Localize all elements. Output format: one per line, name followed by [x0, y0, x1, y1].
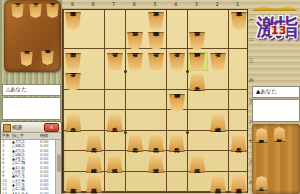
shogi-piece-gote-62[interactable]: 金将 [127, 32, 143, 50]
shogi-piece-gote-63[interactable]: 歩兵 [127, 53, 143, 71]
shogi-piece-sente-34[interactable]: 歩兵 [189, 73, 205, 91]
shogi-piece-gote-73[interactable]: 歩兵 [107, 53, 123, 71]
shogi-piece-sente-88[interactable]: 銀将 [86, 155, 102, 173]
hoshi-dot [124, 131, 127, 134]
hand-piece-gote-歩兵[interactable]: 歩兵 [11, 3, 24, 18]
shogi-piece-gote-91[interactable]: 香車 [65, 12, 81, 30]
hand-piece-gote-角行[interactable]: 角行 [20, 51, 33, 66]
rank-label-4: 四 [249, 78, 254, 83]
hand-piece-gote-飛車[interactable]: 飛車 [41, 50, 54, 65]
kifu-window[interactable]: 棋譜 × 手数 指し手 時間 1▲7六歩0:002△3四歩0:003▲2六歩0:… [0, 121, 62, 194]
shogi-piece-gote-33[interactable]: 銀将 [189, 53, 205, 71]
file-labels: 987654321 [62, 1, 248, 8]
gote-player-name: △あなた [3, 85, 60, 94]
app-logo: 激指 13 [251, 3, 300, 48]
kifu-scrollbar-thumb[interactable] [57, 154, 61, 172]
file-label-5: 5 [145, 1, 166, 8]
shogi-piece-sente-89[interactable]: 桂馬 [86, 175, 102, 193]
shogi-piece-sente-96[interactable]: 歩兵 [65, 114, 81, 132]
shogi-piece-gote-32[interactable]: 金将 [189, 32, 205, 50]
file-label-1: 1 [227, 1, 248, 8]
shogi-piece-gote-45[interactable]: 銀将 [169, 94, 185, 112]
shogi-piece-sente-99[interactable]: 香車 [65, 175, 81, 193]
hand-piece-sente-角行[interactable]: 角行 [273, 127, 286, 142]
file-label-9: 9 [62, 1, 83, 8]
rank-label-3: 三 [249, 58, 254, 63]
shogi-piece-sente-26[interactable]: 銀将 [210, 114, 226, 132]
shogi-piece-sente-87[interactable]: 歩兵 [86, 134, 102, 152]
shogi-piece-gote-94[interactable]: 歩兵 [65, 73, 81, 91]
file-label-7: 7 [103, 1, 124, 8]
kifu-titlebar[interactable]: 棋譜 × [1, 122, 61, 133]
shogi-piece-gote-52[interactable]: 飛車 [148, 32, 164, 50]
kifu-scrollbar[interactable] [55, 140, 61, 194]
kifu-cell: ▲5八金右 [12, 192, 40, 194]
shogi-piece-sente-47[interactable]: 歩兵 [169, 134, 185, 152]
shogi-app-window: { "game": "shogi", "app": { "logo_title"… [0, 0, 300, 194]
kifu-col-time: 時間 [40, 133, 54, 139]
kifu-window-title: 棋譜 [12, 122, 22, 132]
kifu-cell: 0:00 [40, 192, 54, 194]
shogi-piece-sente-67[interactable]: 歩兵 [127, 134, 143, 152]
gote-info-box [2, 97, 61, 120]
shogi-piece-sente-38[interactable]: 金将 [189, 155, 205, 173]
shogi-piece-sente-78[interactable]: 金将 [107, 155, 123, 173]
kifu-move-list[interactable]: 1▲7六歩0:002△3四歩0:003▲2六歩0:004△5四歩0:005▲2五… [1, 140, 61, 194]
sente-captured-pieces-stand: 桂馬角行歩兵 [252, 124, 300, 194]
kifu-col-move: 指し手 [12, 133, 40, 139]
board[interactable]: 香車玉将香車金将飛車金将桂馬歩兵歩兵歩兵歩兵銀将歩兵歩兵銀将歩兵歩兵歩兵銀将歩兵… [62, 9, 248, 193]
hoshi-dot [124, 70, 127, 73]
logo-version-badge: 13 [270, 25, 287, 36]
hand-piece-sente-桂馬[interactable]: 桂馬 [255, 128, 268, 143]
gote-captured-pieces-stand: 歩兵歩兵歩兵角行飛車 [4, 0, 61, 72]
shogi-piece-sente-29[interactable]: 桂馬 [210, 175, 226, 193]
shogi-piece-gote-11[interactable]: 香車 [231, 12, 247, 30]
file-label-6: 6 [124, 1, 145, 8]
file-label-2: 2 [207, 1, 228, 8]
gote-player-label-box: △あなた [2, 84, 61, 96]
sente-player-name: ▲あなた [253, 87, 299, 96]
kifu-move-row[interactable]: 13▲5八金右0:00 [1, 192, 61, 194]
hand-piece-gote-歩兵[interactable]: 歩兵 [46, 3, 59, 18]
shogi-piece-sente-58[interactable]: 王将 [148, 155, 164, 173]
file-label-8: 8 [83, 1, 104, 8]
shogi-piece-gote-51[interactable]: 玉将 [148, 12, 164, 30]
close-icon[interactable]: × [44, 123, 59, 132]
hand-piece-sente-歩兵[interactable]: 歩兵 [255, 176, 268, 191]
sente-info-box [252, 99, 300, 122]
shogi-piece-sente-76[interactable]: 歩兵 [107, 114, 123, 132]
sente-player-label-box: ▲あなた [252, 86, 300, 98]
shogi-piece-gote-43[interactable]: 歩兵 [169, 53, 185, 71]
shogi-piece-gote-23[interactable]: 歩兵 [210, 53, 226, 71]
shogi-piece-sente-17[interactable]: 歩兵 [231, 134, 247, 152]
kifu-col-moveno: 手数 [1, 133, 12, 139]
shogi-piece-gote-93[interactable]: 桂馬 [65, 53, 81, 71]
hoshi-dot [186, 70, 189, 73]
kifu-cell: 13 [1, 192, 12, 194]
shogi-piece-sente-57[interactable]: 歩兵 [148, 134, 164, 152]
kifu-window-icon [3, 124, 11, 132]
shogi-piece-sente-19[interactable]: 香車 [231, 175, 247, 193]
file-label-4: 4 [165, 1, 186, 8]
kifu-list-header: 手数 指し手 時間 [1, 133, 61, 140]
hoshi-dot [186, 131, 189, 134]
hand-piece-gote-歩兵[interactable]: 歩兵 [29, 3, 42, 18]
shogi-piece-gote-53[interactable]: 歩兵 [148, 53, 164, 71]
file-label-3: 3 [186, 1, 207, 8]
